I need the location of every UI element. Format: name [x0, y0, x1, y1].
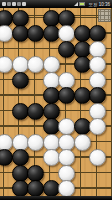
- stone-black[interactable]: [12, 10, 29, 27]
- stone-black[interactable]: [27, 25, 44, 42]
- stone-black[interactable]: [58, 10, 75, 27]
- stone-white[interactable]: [58, 165, 75, 182]
- stone-black[interactable]: [12, 180, 29, 197]
- stone-white[interactable]: [58, 118, 75, 135]
- battery-icon: [79, 2, 85, 6]
- download-icon: [22, 2, 26, 6]
- stone-black[interactable]: [89, 87, 106, 104]
- stone-black[interactable]: [58, 87, 75, 104]
- stone-black[interactable]: [12, 103, 29, 120]
- app-icon: [17, 2, 21, 6]
- stone-white[interactable]: [89, 118, 106, 135]
- stone-black[interactable]: [43, 25, 60, 42]
- stone-black[interactable]: [43, 87, 60, 104]
- bottom-bar: [0, 196, 112, 200]
- signal-icon: [74, 2, 78, 6]
- stone-black[interactable]: [74, 118, 91, 135]
- stone-black[interactable]: [12, 72, 29, 89]
- stone-white[interactable]: [27, 134, 44, 151]
- stone-white[interactable]: [43, 56, 60, 73]
- stone-white[interactable]: [12, 134, 29, 151]
- stone-white[interactable]: [43, 149, 60, 166]
- stone-black[interactable]: [74, 41, 91, 58]
- stone-black[interactable]: [43, 118, 60, 135]
- stone-white[interactable]: [89, 56, 106, 73]
- stone-white[interactable]: [89, 103, 106, 120]
- stone-black[interactable]: [27, 180, 44, 197]
- stone-black[interactable]: [43, 10, 60, 27]
- stone-black[interactable]: [43, 103, 60, 120]
- stone-white[interactable]: [43, 72, 60, 89]
- status-clock: 오전 10:36: [88, 0, 110, 7]
- stone-white[interactable]: [58, 134, 75, 151]
- stone-white[interactable]: [12, 56, 29, 73]
- stone-black[interactable]: [12, 165, 29, 182]
- stone-black[interactable]: [12, 25, 29, 42]
- stone-black[interactable]: [43, 180, 60, 197]
- stone-black[interactable]: [74, 56, 91, 73]
- stone-black[interactable]: [89, 25, 106, 42]
- stone-white[interactable]: [43, 134, 60, 151]
- stone-white[interactable]: [89, 72, 106, 89]
- stone-white[interactable]: [89, 41, 106, 58]
- message-icon: [12, 2, 16, 6]
- stone-white[interactable]: [74, 134, 91, 151]
- go-board[interactable]: [0, 8, 112, 196]
- stone-black[interactable]: [74, 87, 91, 104]
- stone-white[interactable]: [58, 149, 75, 166]
- status-bar: 오전 10:36: [0, 0, 112, 8]
- stone-white[interactable]: [58, 72, 75, 89]
- status-bar-right: 오전 10:36: [74, 0, 110, 8]
- status-bar-left-icons: [2, 2, 26, 6]
- usb-icon: [7, 2, 11, 6]
- stone-black[interactable]: [12, 149, 29, 166]
- full-board-minimap-icon[interactable]: [98, 9, 111, 22]
- stone-white[interactable]: [58, 25, 75, 42]
- stone-white[interactable]: [58, 180, 75, 197]
- stone-black[interactable]: [58, 41, 75, 58]
- notification-icon: [2, 2, 6, 6]
- stone-white[interactable]: [27, 56, 44, 73]
- stone-black[interactable]: [27, 165, 44, 182]
- stone-white[interactable]: [89, 149, 106, 166]
- stone-black[interactable]: [74, 25, 91, 42]
- stone-black[interactable]: [27, 103, 44, 120]
